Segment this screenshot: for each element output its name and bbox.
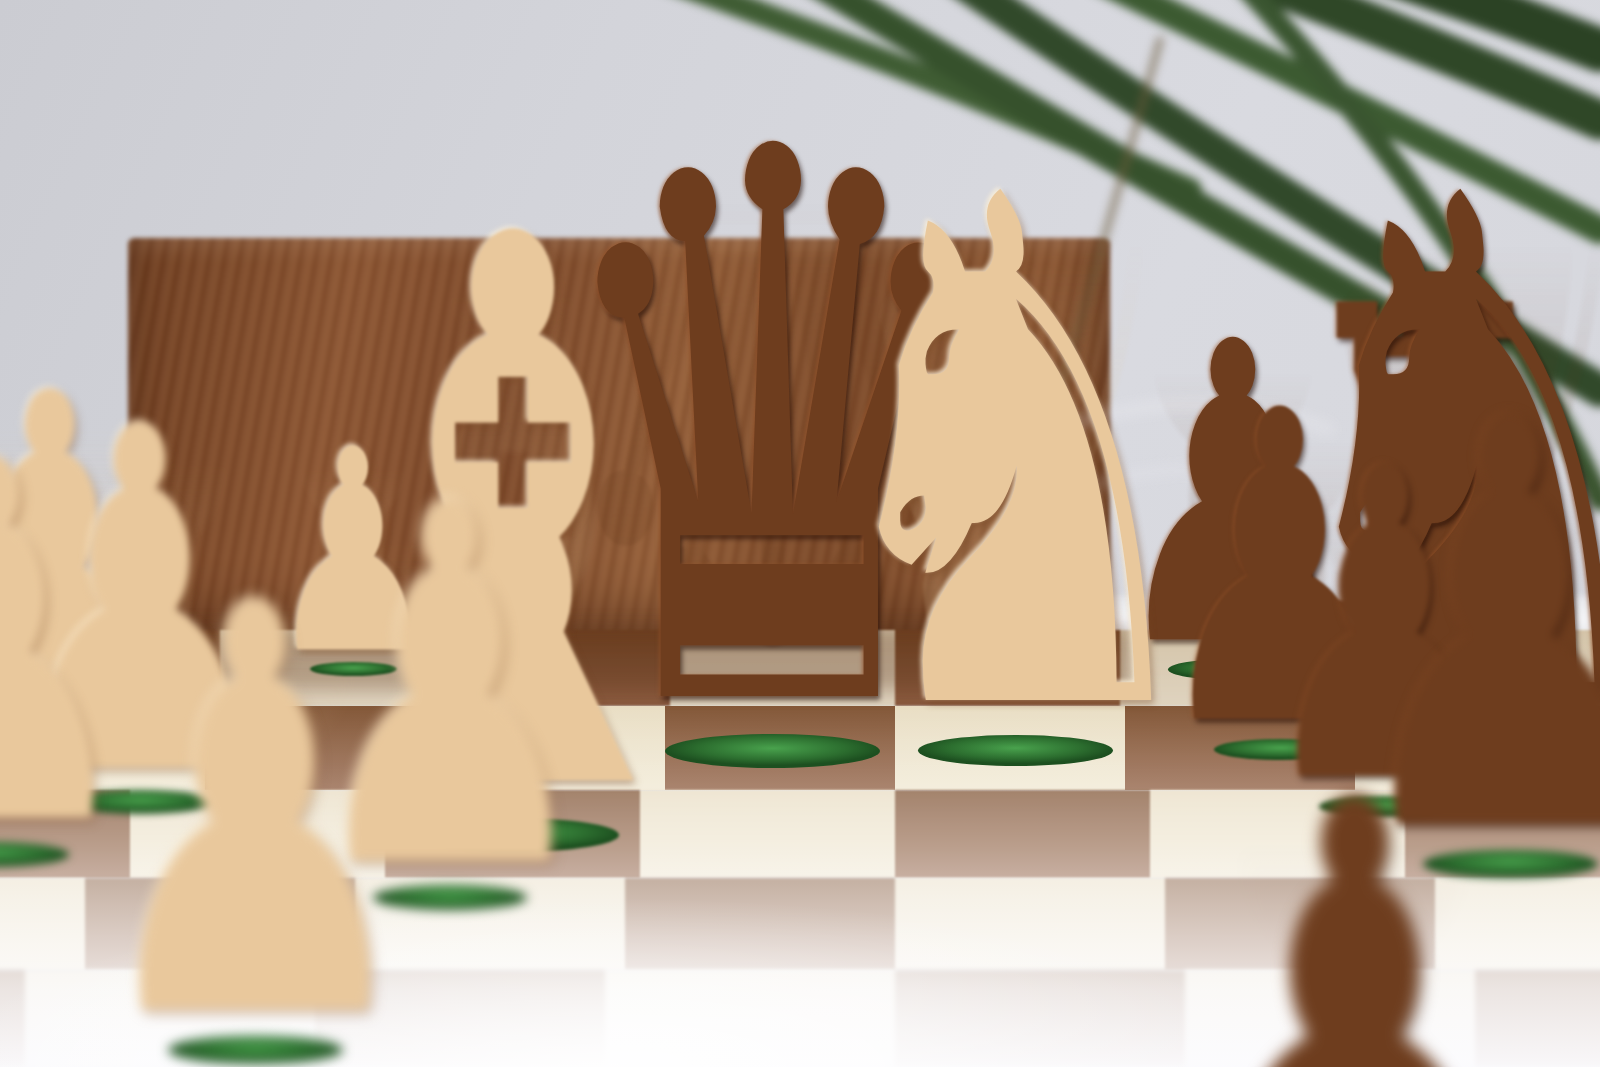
pieces-layer: ♛♞♝♟♟♟♟♟♟♜♞♝♟♟♟♟♟ xyxy=(0,0,1600,1067)
white-pawn-glyph: ♟ xyxy=(83,547,426,1067)
dark-pawn-glyph: ♟ xyxy=(1170,739,1541,1067)
chess-photo-scene: ♛♞♝♟♟♟♟♟♟♜♞♝♟♟♟♟♟ ♛♞♝♟♟♟♟♟♟♜♞♝♟♟♟♟♟ xyxy=(0,0,1600,1067)
